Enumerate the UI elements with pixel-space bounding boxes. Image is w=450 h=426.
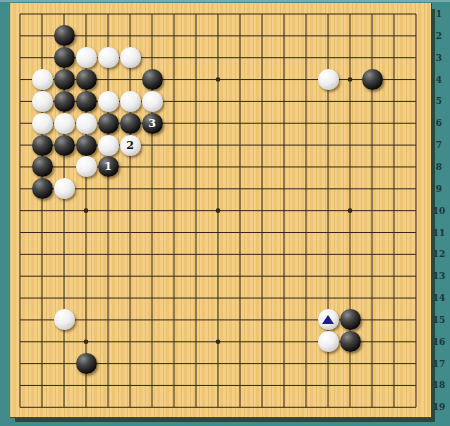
intersection-7-16[interactable]: [141, 331, 163, 353]
intersection-3-5[interactable]: [53, 90, 75, 112]
intersection-15-15[interactable]: [317, 309, 339, 331]
intersection-2-16[interactable]: [31, 331, 53, 353]
intersection-18-14[interactable]: [383, 287, 405, 309]
intersection-13-12[interactable]: [273, 243, 295, 265]
intersection-19-6[interactable]: [405, 112, 427, 134]
intersection-1-6[interactable]: [9, 112, 31, 134]
intersection-16-2[interactable]: [339, 25, 361, 47]
intersection-8-9[interactable]: [163, 178, 185, 200]
intersection-11-9[interactable]: [229, 178, 251, 200]
intersection-13-5[interactable]: [273, 90, 295, 112]
intersection-10-1[interactable]: [207, 3, 229, 25]
intersection-18-19[interactable]: [383, 396, 405, 418]
intersection-7-10[interactable]: [141, 200, 163, 222]
intersection-11-16[interactable]: [229, 331, 251, 353]
intersection-15-5[interactable]: [317, 90, 339, 112]
intersection-16-7[interactable]: [339, 134, 361, 156]
intersection-13-1[interactable]: [273, 3, 295, 25]
intersection-5-10[interactable]: [97, 200, 119, 222]
intersection-3-19[interactable]: [53, 396, 75, 418]
intersection-17-5[interactable]: [361, 90, 383, 112]
intersection-15-18[interactable]: [317, 374, 339, 396]
intersection-5-13[interactable]: [97, 265, 119, 287]
intersection-13-4[interactable]: [273, 69, 295, 91]
intersection-12-4[interactable]: [251, 69, 273, 91]
intersection-13-6[interactable]: [273, 112, 295, 134]
intersection-10-9[interactable]: [207, 178, 229, 200]
intersection-19-4[interactable]: [405, 69, 427, 91]
intersection-12-8[interactable]: [251, 156, 273, 178]
intersection-5-5[interactable]: [97, 90, 119, 112]
intersection-6-14[interactable]: [119, 287, 141, 309]
intersection-15-14[interactable]: [317, 287, 339, 309]
intersection-19-1[interactable]: [405, 3, 427, 25]
intersection-17-19[interactable]: [361, 396, 383, 418]
intersection-5-7[interactable]: [97, 134, 119, 156]
intersection-9-11[interactable]: [185, 222, 207, 244]
intersection-1-9[interactable]: [9, 178, 31, 200]
intersection-19-9[interactable]: [405, 178, 427, 200]
intersection-8-19[interactable]: [163, 396, 185, 418]
intersection-16-18[interactable]: [339, 374, 361, 396]
intersection-1-17[interactable]: [9, 353, 31, 375]
intersection-17-8[interactable]: [361, 156, 383, 178]
intersection-17-4[interactable]: [361, 69, 383, 91]
intersection-18-13[interactable]: [383, 265, 405, 287]
intersection-12-3[interactable]: [251, 47, 273, 69]
intersection-16-5[interactable]: [339, 90, 361, 112]
intersection-7-13[interactable]: [141, 265, 163, 287]
intersection-16-15[interactable]: [339, 309, 361, 331]
intersection-8-4[interactable]: [163, 69, 185, 91]
intersection-1-7[interactable]: [9, 134, 31, 156]
intersection-15-13[interactable]: [317, 265, 339, 287]
intersection-12-12[interactable]: [251, 243, 273, 265]
intersection-3-10[interactable]: [53, 200, 75, 222]
intersection-3-2[interactable]: [53, 25, 75, 47]
intersection-18-6[interactable]: [383, 112, 405, 134]
intersection-16-13[interactable]: [339, 265, 361, 287]
intersection-19-10[interactable]: [405, 200, 427, 222]
intersection-9-7[interactable]: [185, 134, 207, 156]
intersection-8-18[interactable]: [163, 374, 185, 396]
intersection-15-1[interactable]: [317, 3, 339, 25]
intersection-3-3[interactable]: [53, 47, 75, 69]
intersection-5-18[interactable]: [97, 374, 119, 396]
intersection-2-13[interactable]: [31, 265, 53, 287]
intersection-8-7[interactable]: [163, 134, 185, 156]
intersection-1-14[interactable]: [9, 287, 31, 309]
intersection-14-6[interactable]: [295, 112, 317, 134]
intersection-13-7[interactable]: [273, 134, 295, 156]
intersection-2-19[interactable]: [31, 396, 53, 418]
intersection-1-11[interactable]: [9, 222, 31, 244]
intersection-4-11[interactable]: [75, 222, 97, 244]
intersection-19-8[interactable]: [405, 156, 427, 178]
intersection-13-14[interactable]: [273, 287, 295, 309]
intersection-13-3[interactable]: [273, 47, 295, 69]
intersection-13-15[interactable]: [273, 309, 295, 331]
intersection-3-16[interactable]: [53, 331, 75, 353]
intersection-14-18[interactable]: [295, 374, 317, 396]
intersection-14-10[interactable]: [295, 200, 317, 222]
intersection-3-6[interactable]: [53, 112, 75, 134]
intersection-6-12[interactable]: [119, 243, 141, 265]
intersection-17-6[interactable]: [361, 112, 383, 134]
intersection-4-17[interactable]: [75, 353, 97, 375]
intersection-10-8[interactable]: [207, 156, 229, 178]
intersection-7-5[interactable]: [141, 90, 163, 112]
intersection-16-1[interactable]: [339, 3, 361, 25]
intersection-6-19[interactable]: [119, 396, 141, 418]
intersection-11-17[interactable]: [229, 353, 251, 375]
intersection-14-7[interactable]: [295, 134, 317, 156]
intersection-18-5[interactable]: [383, 90, 405, 112]
intersection-1-4[interactable]: [9, 69, 31, 91]
intersection-14-17[interactable]: [295, 353, 317, 375]
intersection-12-2[interactable]: [251, 25, 273, 47]
intersection-14-4[interactable]: [295, 69, 317, 91]
intersection-4-5[interactable]: [75, 90, 97, 112]
intersection-15-7[interactable]: [317, 134, 339, 156]
intersection-7-6[interactable]: 3: [141, 112, 163, 134]
intersection-11-14[interactable]: [229, 287, 251, 309]
intersection-14-1[interactable]: [295, 3, 317, 25]
intersection-8-12[interactable]: [163, 243, 185, 265]
intersection-8-8[interactable]: [163, 156, 185, 178]
intersection-4-7[interactable]: [75, 134, 97, 156]
intersection-12-18[interactable]: [251, 374, 273, 396]
intersection-9-9[interactable]: [185, 178, 207, 200]
intersection-17-9[interactable]: [361, 178, 383, 200]
intersection-18-12[interactable]: [383, 243, 405, 265]
intersection-3-12[interactable]: [53, 243, 75, 265]
intersection-5-1[interactable]: [97, 3, 119, 25]
intersection-10-13[interactable]: [207, 265, 229, 287]
intersection-6-9[interactable]: [119, 178, 141, 200]
intersection-5-2[interactable]: [97, 25, 119, 47]
intersection-14-16[interactable]: [295, 331, 317, 353]
intersection-11-3[interactable]: [229, 47, 251, 69]
intersection-13-2[interactable]: [273, 25, 295, 47]
intersection-7-7[interactable]: [141, 134, 163, 156]
intersection-17-2[interactable]: [361, 25, 383, 47]
intersection-12-10[interactable]: [251, 200, 273, 222]
intersection-10-11[interactable]: [207, 222, 229, 244]
intersection-13-9[interactable]: [273, 178, 295, 200]
intersection-18-18[interactable]: [383, 374, 405, 396]
intersection-18-9[interactable]: [383, 178, 405, 200]
intersection-1-8[interactable]: [9, 156, 31, 178]
intersection-6-18[interactable]: [119, 374, 141, 396]
intersection-4-8[interactable]: [75, 156, 97, 178]
intersection-9-18[interactable]: [185, 374, 207, 396]
intersection-1-19[interactable]: [9, 396, 31, 418]
intersection-13-16[interactable]: [273, 331, 295, 353]
intersection-17-1[interactable]: [361, 3, 383, 25]
intersection-6-1[interactable]: [119, 3, 141, 25]
intersection-15-11[interactable]: [317, 222, 339, 244]
intersection-3-1[interactable]: [53, 3, 75, 25]
intersection-14-8[interactable]: [295, 156, 317, 178]
intersection-7-19[interactable]: [141, 396, 163, 418]
intersection-5-16[interactable]: [97, 331, 119, 353]
intersection-15-9[interactable]: [317, 178, 339, 200]
intersection-15-10[interactable]: [317, 200, 339, 222]
intersection-4-1[interactable]: [75, 3, 97, 25]
intersection-19-16[interactable]: [405, 331, 427, 353]
intersection-11-12[interactable]: [229, 243, 251, 265]
intersection-14-5[interactable]: [295, 90, 317, 112]
intersection-9-8[interactable]: [185, 156, 207, 178]
intersection-7-2[interactable]: [141, 25, 163, 47]
intersection-10-2[interactable]: [207, 25, 229, 47]
intersection-6-13[interactable]: [119, 265, 141, 287]
intersection-2-9[interactable]: [31, 178, 53, 200]
intersection-4-9[interactable]: [75, 178, 97, 200]
intersection-13-13[interactable]: [273, 265, 295, 287]
intersection-3-13[interactable]: [53, 265, 75, 287]
intersection-18-10[interactable]: [383, 200, 405, 222]
intersection-10-19[interactable]: [207, 396, 229, 418]
intersection-13-17[interactable]: [273, 353, 295, 375]
intersection-9-6[interactable]: [185, 112, 207, 134]
intersection-16-11[interactable]: [339, 222, 361, 244]
intersection-9-16[interactable]: [185, 331, 207, 353]
intersection-2-14[interactable]: [31, 287, 53, 309]
intersection-9-2[interactable]: [185, 25, 207, 47]
intersection-11-13[interactable]: [229, 265, 251, 287]
intersection-19-18[interactable]: [405, 374, 427, 396]
intersection-17-11[interactable]: [361, 222, 383, 244]
intersection-9-3[interactable]: [185, 47, 207, 69]
intersection-14-15[interactable]: [295, 309, 317, 331]
intersection-7-18[interactable]: [141, 374, 163, 396]
intersection-6-8[interactable]: [119, 156, 141, 178]
intersection-10-10[interactable]: [207, 200, 229, 222]
intersection-9-17[interactable]: [185, 353, 207, 375]
intersection-18-11[interactable]: [383, 222, 405, 244]
intersection-15-3[interactable]: [317, 47, 339, 69]
intersection-18-2[interactable]: [383, 25, 405, 47]
intersection-18-16[interactable]: [383, 331, 405, 353]
intersection-15-6[interactable]: [317, 112, 339, 134]
intersection-5-15[interactable]: [97, 309, 119, 331]
intersection-12-15[interactable]: [251, 309, 273, 331]
intersection-12-14[interactable]: [251, 287, 273, 309]
intersection-1-16[interactable]: [9, 331, 31, 353]
intersection-10-14[interactable]: [207, 287, 229, 309]
intersection-2-17[interactable]: [31, 353, 53, 375]
intersection-6-2[interactable]: [119, 25, 141, 47]
intersection-12-6[interactable]: [251, 112, 273, 134]
intersection-6-10[interactable]: [119, 200, 141, 222]
intersection-9-15[interactable]: [185, 309, 207, 331]
intersection-16-3[interactable]: [339, 47, 361, 69]
intersection-16-19[interactable]: [339, 396, 361, 418]
intersection-3-14[interactable]: [53, 287, 75, 309]
intersection-11-2[interactable]: [229, 25, 251, 47]
intersection-16-8[interactable]: [339, 156, 361, 178]
intersection-19-5[interactable]: [405, 90, 427, 112]
intersection-14-2[interactable]: [295, 25, 317, 47]
intersection-2-8[interactable]: [31, 156, 53, 178]
intersection-6-3[interactable]: [119, 47, 141, 69]
intersection-16-4[interactable]: [339, 69, 361, 91]
intersection-6-4[interactable]: [119, 69, 141, 91]
intersection-3-15[interactable]: [53, 309, 75, 331]
intersection-2-11[interactable]: [31, 222, 53, 244]
intersection-19-13[interactable]: [405, 265, 427, 287]
intersection-16-12[interactable]: [339, 243, 361, 265]
intersection-14-12[interactable]: [295, 243, 317, 265]
intersection-16-14[interactable]: [339, 287, 361, 309]
intersection-18-3[interactable]: [383, 47, 405, 69]
intersection-8-1[interactable]: [163, 3, 185, 25]
intersection-7-11[interactable]: [141, 222, 163, 244]
intersection-10-12[interactable]: [207, 243, 229, 265]
intersection-8-6[interactable]: [163, 112, 185, 134]
intersection-2-4[interactable]: [31, 69, 53, 91]
intersection-17-10[interactable]: [361, 200, 383, 222]
intersection-17-14[interactable]: [361, 287, 383, 309]
intersection-13-19[interactable]: [273, 396, 295, 418]
intersection-11-6[interactable]: [229, 112, 251, 134]
intersection-15-16[interactable]: [317, 331, 339, 353]
intersection-5-4[interactable]: [97, 69, 119, 91]
intersection-5-6[interactable]: [97, 112, 119, 134]
intersection-11-5[interactable]: [229, 90, 251, 112]
intersection-14-14[interactable]: [295, 287, 317, 309]
intersection-17-18[interactable]: [361, 374, 383, 396]
intersection-10-5[interactable]: [207, 90, 229, 112]
intersection-1-1[interactable]: [9, 3, 31, 25]
intersection-7-4[interactable]: [141, 69, 163, 91]
intersection-5-19[interactable]: [97, 396, 119, 418]
intersection-1-15[interactable]: [9, 309, 31, 331]
intersection-9-14[interactable]: [185, 287, 207, 309]
intersection-2-7[interactable]: [31, 134, 53, 156]
intersection-2-1[interactable]: [31, 3, 53, 25]
intersection-6-5[interactable]: [119, 90, 141, 112]
intersection-16-9[interactable]: [339, 178, 361, 200]
intersection-3-11[interactable]: [53, 222, 75, 244]
intersection-9-4[interactable]: [185, 69, 207, 91]
intersection-12-16[interactable]: [251, 331, 273, 353]
intersection-19-17[interactable]: [405, 353, 427, 375]
intersection-5-9[interactable]: [97, 178, 119, 200]
intersection-11-18[interactable]: [229, 374, 251, 396]
intersection-4-12[interactable]: [75, 243, 97, 265]
intersection-7-12[interactable]: [141, 243, 163, 265]
intersection-19-19[interactable]: [405, 396, 427, 418]
intersection-4-13[interactable]: [75, 265, 97, 287]
intersection-18-4[interactable]: [383, 69, 405, 91]
intersection-10-7[interactable]: [207, 134, 229, 156]
intersection-5-12[interactable]: [97, 243, 119, 265]
intersection-9-13[interactable]: [185, 265, 207, 287]
intersection-2-5[interactable]: [31, 90, 53, 112]
intersection-7-15[interactable]: [141, 309, 163, 331]
intersection-11-1[interactable]: [229, 3, 251, 25]
intersection-8-3[interactable]: [163, 47, 185, 69]
intersection-10-15[interactable]: [207, 309, 229, 331]
intersection-13-18[interactable]: [273, 374, 295, 396]
intersection-14-11[interactable]: [295, 222, 317, 244]
intersection-16-17[interactable]: [339, 353, 361, 375]
intersection-15-2[interactable]: [317, 25, 339, 47]
intersection-3-18[interactable]: [53, 374, 75, 396]
intersection-11-19[interactable]: [229, 396, 251, 418]
intersection-10-3[interactable]: [207, 47, 229, 69]
intersection-14-19[interactable]: [295, 396, 317, 418]
intersection-4-4[interactable]: [75, 69, 97, 91]
intersection-19-7[interactable]: [405, 134, 427, 156]
intersection-3-17[interactable]: [53, 353, 75, 375]
intersection-2-2[interactable]: [31, 25, 53, 47]
intersection-12-17[interactable]: [251, 353, 273, 375]
intersection-7-3[interactable]: [141, 47, 163, 69]
intersection-6-11[interactable]: [119, 222, 141, 244]
intersection-3-7[interactable]: [53, 134, 75, 156]
intersection-6-7[interactable]: 2: [119, 134, 141, 156]
intersection-9-5[interactable]: [185, 90, 207, 112]
intersection-1-13[interactable]: [9, 265, 31, 287]
intersection-7-8[interactable]: [141, 156, 163, 178]
intersection-4-6[interactable]: [75, 112, 97, 134]
intersection-17-7[interactable]: [361, 134, 383, 156]
intersection-6-16[interactable]: [119, 331, 141, 353]
intersection-19-14[interactable]: [405, 287, 427, 309]
intersection-8-16[interactable]: [163, 331, 185, 353]
intersection-1-3[interactable]: [9, 47, 31, 69]
intersection-4-2[interactable]: [75, 25, 97, 47]
intersection-12-19[interactable]: [251, 396, 273, 418]
intersection-11-11[interactable]: [229, 222, 251, 244]
intersection-19-15[interactable]: [405, 309, 427, 331]
intersection-11-15[interactable]: [229, 309, 251, 331]
intersection-8-10[interactable]: [163, 200, 185, 222]
intersection-12-1[interactable]: [251, 3, 273, 25]
intersection-14-9[interactable]: [295, 178, 317, 200]
intersection-5-11[interactable]: [97, 222, 119, 244]
intersection-11-7[interactable]: [229, 134, 251, 156]
intersection-17-12[interactable]: [361, 243, 383, 265]
intersection-8-2[interactable]: [163, 25, 185, 47]
intersection-11-4[interactable]: [229, 69, 251, 91]
intersection-18-15[interactable]: [383, 309, 405, 331]
intersection-12-7[interactable]: [251, 134, 273, 156]
intersection-13-11[interactable]: [273, 222, 295, 244]
intersection-19-11[interactable]: [405, 222, 427, 244]
intersection-2-3[interactable]: [31, 47, 53, 69]
intersection-3-4[interactable]: [53, 69, 75, 91]
intersection-15-17[interactable]: [317, 353, 339, 375]
intersection-3-9[interactable]: [53, 178, 75, 200]
intersection-14-3[interactable]: [295, 47, 317, 69]
intersection-1-10[interactable]: [9, 200, 31, 222]
intersection-9-1[interactable]: [185, 3, 207, 25]
intersection-17-3[interactable]: [361, 47, 383, 69]
intersection-2-6[interactable]: [31, 112, 53, 134]
intersection-2-18[interactable]: [31, 374, 53, 396]
intersection-17-13[interactable]: [361, 265, 383, 287]
intersection-8-14[interactable]: [163, 287, 185, 309]
intersection-2-10[interactable]: [31, 200, 53, 222]
intersection-14-13[interactable]: [295, 265, 317, 287]
intersection-15-8[interactable]: [317, 156, 339, 178]
intersection-10-16[interactable]: [207, 331, 229, 353]
